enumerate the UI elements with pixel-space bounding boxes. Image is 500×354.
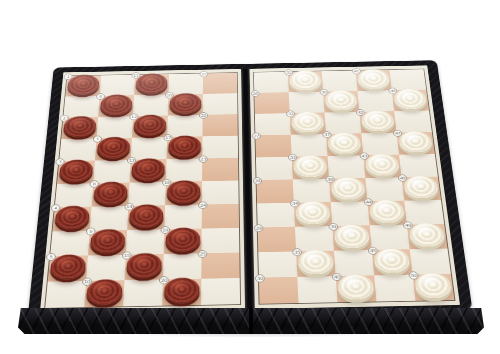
square-number-badge: 30 <box>255 274 265 282</box>
dark-red-checker-piece[interactable] <box>49 254 86 279</box>
square-17[interactable]: 17 <box>167 136 203 159</box>
dark-red-checker-piece[interactable] <box>90 229 126 254</box>
light-square <box>163 253 202 279</box>
square-36[interactable]: 36 <box>323 91 359 113</box>
light-square <box>133 95 168 117</box>
square-43[interactable]: 43 <box>363 155 401 178</box>
light-square <box>327 155 365 178</box>
square-25[interactable]: 25 <box>201 253 239 279</box>
white-checker-piece[interactable] <box>408 223 446 248</box>
case-front-edge <box>18 308 484 334</box>
light-square <box>370 225 410 250</box>
white-checker-piece[interactable] <box>373 248 411 273</box>
square-26[interactable]: 26 <box>254 92 289 114</box>
square-39[interactable]: 39 <box>332 225 372 250</box>
light-square <box>295 226 334 251</box>
light-square <box>257 203 295 228</box>
square-number-badge: 27 <box>252 133 261 140</box>
light-square <box>258 251 297 277</box>
square-33[interactable]: 33 <box>292 156 329 179</box>
square-34[interactable]: 34 <box>294 202 332 227</box>
square-41[interactable]: 41 <box>356 70 392 91</box>
square-44[interactable]: 44 <box>367 201 406 226</box>
square-37[interactable]: 37 <box>326 133 363 156</box>
square-number-badge: 21 <box>200 71 209 77</box>
square-4[interactable]: 4 <box>52 207 91 232</box>
light-square <box>90 206 129 231</box>
white-checker-piece[interactable] <box>357 69 391 89</box>
square-18[interactable]: 18 <box>165 181 202 205</box>
light-square <box>256 157 293 180</box>
square-45[interactable]: 45 <box>372 249 413 275</box>
square-28[interactable]: 28 <box>257 179 294 203</box>
white-checker-piece[interactable] <box>393 89 427 110</box>
square-12[interactable]: 12 <box>132 116 168 138</box>
light-square <box>131 137 167 160</box>
light-square <box>45 281 86 308</box>
dark-red-checker-piece[interactable] <box>96 137 130 159</box>
light-square <box>167 115 202 137</box>
dark-red-checker-piece[interactable] <box>165 227 200 252</box>
dark-red-checker-piece[interactable] <box>54 205 90 229</box>
dark-red-checker-piece[interactable] <box>93 181 128 204</box>
light-square <box>325 112 362 134</box>
white-checker-piece[interactable] <box>295 201 331 225</box>
light-square <box>365 177 404 201</box>
square-24[interactable]: 24 <box>202 204 239 229</box>
white-checker-piece[interactable] <box>398 131 433 153</box>
light-square <box>93 160 130 183</box>
square-32[interactable]: 32 <box>290 113 326 135</box>
light-square <box>50 231 90 256</box>
square-47[interactable]: 47 <box>397 132 435 155</box>
square-11[interactable]: 11 <box>134 74 169 95</box>
square-49[interactable]: 49 <box>407 224 448 249</box>
square-19[interactable]: 19 <box>164 229 202 254</box>
dark-red-checker-piece[interactable] <box>67 74 100 94</box>
square-46[interactable]: 46 <box>392 90 429 112</box>
light-square <box>202 180 239 204</box>
light-square <box>293 179 331 203</box>
light-square <box>100 75 135 96</box>
product-photo-stage: 1112161621222717313238184142491951525102… <box>0 0 500 354</box>
square-number-badge: 26 <box>251 90 260 97</box>
board-right-half: 3141263646324227374733432838483444293949… <box>250 65 460 308</box>
white-checker-piece[interactable] <box>361 110 396 131</box>
dark-red-checker-piece[interactable] <box>59 159 94 182</box>
white-checker-piece[interactable] <box>289 70 322 90</box>
light-square <box>123 279 163 306</box>
light-square <box>202 228 240 253</box>
light-square <box>59 138 96 161</box>
square-30[interactable]: 30 <box>259 277 299 304</box>
square-50[interactable]: 50 <box>413 274 455 301</box>
light-square <box>86 255 126 281</box>
square-2[interactable]: 2 <box>61 117 98 139</box>
square-number-badge: 29 <box>254 224 264 232</box>
white-checker-piece[interactable] <box>293 155 328 178</box>
dark-red-checker-piece[interactable] <box>164 277 200 303</box>
square-42[interactable]: 42 <box>359 111 396 133</box>
light-square <box>63 96 99 118</box>
white-checker-piece[interactable] <box>369 199 406 223</box>
light-square <box>201 278 240 305</box>
square-35[interactable]: 35 <box>296 251 336 277</box>
square-number-badge: 22 <box>199 112 208 119</box>
light-square <box>361 133 399 156</box>
light-square <box>297 276 337 303</box>
light-square <box>254 72 289 93</box>
square-7[interactable]: 7 <box>95 138 132 161</box>
light-square <box>202 136 238 159</box>
hinge-seam <box>249 308 253 334</box>
dark-red-checker-piece[interactable] <box>100 94 133 115</box>
light-square <box>168 73 203 94</box>
white-checker-piece[interactable] <box>297 249 334 274</box>
square-6[interactable]: 6 <box>98 95 134 117</box>
square-21[interactable]: 21 <box>203 73 237 94</box>
white-checker-piece[interactable] <box>337 274 375 300</box>
square-number-badge: 28 <box>253 177 262 184</box>
white-checker-piece[interactable] <box>334 224 371 249</box>
square-31[interactable]: 31 <box>288 71 323 92</box>
dark-red-checker-piece[interactable] <box>169 93 201 114</box>
light-square <box>410 249 451 275</box>
dark-red-checker-piece[interactable] <box>129 204 164 228</box>
dark-red-checker-piece[interactable] <box>86 279 123 305</box>
light-square <box>203 93 238 115</box>
light-square <box>55 183 94 207</box>
dark-red-checker-piece[interactable] <box>167 180 201 203</box>
light-square <box>166 158 202 181</box>
dark-red-checker-piece[interactable] <box>63 116 97 137</box>
square-27[interactable]: 27 <box>255 135 291 158</box>
square-40[interactable]: 40 <box>336 275 377 302</box>
light-square <box>394 110 432 132</box>
white-checker-piece[interactable] <box>365 154 401 177</box>
square-5[interactable]: 5 <box>48 255 88 281</box>
square-8[interactable]: 8 <box>92 183 130 207</box>
square-16[interactable]: 16 <box>168 94 203 116</box>
white-checker-piece[interactable] <box>330 177 366 200</box>
square-10[interactable]: 10 <box>84 280 124 307</box>
light-square <box>322 71 358 92</box>
square-15[interactable]: 15 <box>124 254 163 280</box>
light-square <box>291 134 328 157</box>
white-checker-piece[interactable] <box>324 90 358 111</box>
light-square <box>390 69 427 90</box>
light-square <box>97 116 133 138</box>
square-3[interactable]: 3 <box>57 161 95 184</box>
square-13[interactable]: 13 <box>130 159 167 182</box>
light-square <box>399 154 438 177</box>
light-square <box>128 182 165 206</box>
dark-red-checker-piece[interactable] <box>168 135 201 157</box>
square-20[interactable]: 20 <box>162 279 201 306</box>
square-38[interactable]: 38 <box>329 178 367 202</box>
light-square <box>289 92 325 114</box>
light-square <box>357 90 394 112</box>
dark-red-checker-piece[interactable] <box>126 253 162 278</box>
dark-red-checker-piece[interactable] <box>131 158 165 181</box>
square-number-badge: 25 <box>198 250 208 258</box>
right-half-grid: 3141263646324227374733432838483444293949… <box>254 69 455 304</box>
square-29[interactable]: 29 <box>258 227 296 252</box>
square-1[interactable]: 1 <box>65 75 101 96</box>
white-checker-piece[interactable] <box>403 175 440 198</box>
dark-red-checker-piece[interactable] <box>135 73 167 93</box>
square-48[interactable]: 48 <box>402 177 441 201</box>
light-square <box>164 205 202 230</box>
light-square <box>334 250 374 276</box>
white-checker-piece[interactable] <box>327 132 362 154</box>
white-checker-piece[interactable] <box>414 273 453 299</box>
light-square <box>126 229 165 254</box>
square-22[interactable]: 22 <box>202 114 237 136</box>
dark-red-checker-piece[interactable] <box>133 114 166 135</box>
square-14[interactable]: 14 <box>127 205 165 230</box>
board-left-half: 1112161621222717313238184142491951525102… <box>40 69 245 313</box>
square-number-badge: 23 <box>199 156 208 163</box>
square-9[interactable]: 9 <box>88 230 127 255</box>
light-square <box>331 201 370 226</box>
square-23[interactable]: 23 <box>202 158 238 181</box>
light-square <box>374 275 415 302</box>
perspective-scene: 1112161621222717313238184142491951525102… <box>23 0 477 314</box>
white-checker-piece[interactable] <box>291 111 325 132</box>
square-number-badge: 24 <box>198 201 207 209</box>
light-square <box>404 200 444 225</box>
draughts-board: 1112161621222717313238184142491951525102… <box>28 60 473 318</box>
light-square <box>255 113 291 135</box>
left-half-grid: 1112161621222717313238184142491951525102… <box>45 73 240 308</box>
